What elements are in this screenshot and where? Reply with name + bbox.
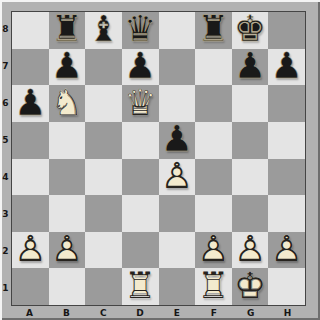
square-a5[interactable]: [12, 122, 49, 159]
file-label-a: A: [11, 306, 48, 319]
square-h4[interactable]: [268, 159, 305, 196]
black-bishop-glyph: ♝: [87, 11, 119, 47]
square-h7[interactable]: ♟: [268, 49, 305, 86]
square-d3[interactable]: [122, 195, 159, 232]
piece-white-knight-b6[interactable]: ♞♘: [49, 85, 86, 122]
piece-black-king-g8[interactable]: ♚: [232, 12, 269, 49]
rank-label-6: 6: [0, 85, 11, 122]
square-g2[interactable]: ♟♙: [232, 232, 269, 269]
square-d4[interactable]: [122, 159, 159, 196]
square-b5[interactable]: [49, 122, 86, 159]
square-f6[interactable]: [195, 85, 232, 122]
white-pawn-outline: ♙: [51, 231, 83, 267]
white-rook-outline: ♖: [197, 268, 229, 304]
square-b1[interactable]: [49, 268, 86, 305]
board: ♜♝♛♜♚♟♟♟♟♟♞♘♛♕♟♟♙♟♙♟♙♟♙♟♙♟♙♜♖♜♖♚♔: [11, 11, 306, 306]
piece-black-bishop-c8[interactable]: ♝: [85, 12, 122, 49]
square-h5[interactable]: [268, 122, 305, 159]
black-rook-glyph: ♜: [51, 11, 83, 47]
piece-white-rook-f1[interactable]: ♜♖: [195, 268, 232, 305]
square-c4[interactable]: [85, 159, 122, 196]
file-label-d: D: [122, 306, 159, 319]
square-a4[interactable]: [12, 159, 49, 196]
white-king-outline: ♔: [234, 268, 266, 304]
piece-black-pawn-a6[interactable]: ♟: [12, 85, 49, 122]
square-c7[interactable]: [85, 49, 122, 86]
piece-white-pawn-a2[interactable]: ♟♙: [12, 232, 49, 269]
square-e1[interactable]: [159, 268, 196, 305]
black-pawn-glyph: ♟: [124, 48, 156, 84]
square-f1[interactable]: ♜♖: [195, 268, 232, 305]
square-e6[interactable]: [159, 85, 196, 122]
square-f4[interactable]: [195, 159, 232, 196]
square-b6[interactable]: ♞♘: [49, 85, 86, 122]
square-b8[interactable]: ♜: [49, 12, 86, 49]
black-king-glyph: ♚: [234, 11, 266, 47]
black-pawn-glyph: ♟: [234, 48, 266, 84]
file-label-f: F: [195, 306, 232, 319]
square-g6[interactable]: [232, 85, 269, 122]
file-label-h: H: [269, 306, 306, 319]
square-g8[interactable]: ♚: [232, 12, 269, 49]
black-rook-glyph: ♜: [197, 11, 229, 47]
white-pawn-outline: ♙: [271, 231, 303, 267]
white-pawn-outline: ♙: [234, 231, 266, 267]
square-e3[interactable]: [159, 195, 196, 232]
square-b3[interactable]: [49, 195, 86, 232]
square-g3[interactable]: [232, 195, 269, 232]
rank-label-5: 5: [0, 122, 11, 159]
square-e7[interactable]: [159, 49, 196, 86]
square-a1[interactable]: [12, 268, 49, 305]
piece-white-pawn-e4[interactable]: ♟♙: [159, 159, 196, 196]
black-pawn-glyph: ♟: [51, 48, 83, 84]
rank-label-2: 2: [0, 232, 11, 269]
square-c5[interactable]: [85, 122, 122, 159]
square-a6[interactable]: ♟: [12, 85, 49, 122]
file-label-b: B: [48, 306, 85, 319]
square-d1[interactable]: ♜♖: [122, 268, 159, 305]
white-queen-outline: ♕: [124, 85, 156, 121]
piece-black-pawn-e5[interactable]: ♟: [159, 122, 196, 159]
square-a8[interactable]: [12, 12, 49, 49]
black-queen-glyph: ♛: [124, 11, 156, 47]
square-h6[interactable]: [268, 85, 305, 122]
rank-label-4: 4: [0, 159, 11, 196]
square-a7[interactable]: [12, 49, 49, 86]
square-a3[interactable]: [12, 195, 49, 232]
square-f3[interactable]: [195, 195, 232, 232]
piece-black-pawn-d7[interactable]: ♟: [122, 49, 159, 86]
black-pawn-glyph: ♟: [271, 48, 303, 84]
square-d5[interactable]: [122, 122, 159, 159]
piece-black-pawn-h7[interactable]: ♟: [268, 49, 305, 86]
rank-labels: 87654321: [0, 11, 11, 306]
square-g7[interactable]: ♟: [232, 49, 269, 86]
square-e2[interactable]: [159, 232, 196, 269]
square-f5[interactable]: [195, 122, 232, 159]
file-label-g: G: [232, 306, 269, 319]
white-rook-outline: ♖: [124, 268, 156, 304]
white-pawn-outline: ♙: [161, 158, 193, 194]
file-label-e: E: [159, 306, 196, 319]
piece-black-rook-f8[interactable]: ♜: [195, 12, 232, 49]
white-pawn-outline: ♙: [14, 231, 46, 267]
square-c6[interactable]: [85, 85, 122, 122]
file-labels: ABCDEFGH: [11, 306, 306, 319]
chess-diagram: 87654321 ♜♝♛♜♚♟♟♟♟♟♞♘♛♕♟♟♙♟♙♟♙♟♙♟♙♟♙♜♖♜♖…: [0, 0, 320, 320]
square-b4[interactable]: [49, 159, 86, 196]
square-b2[interactable]: ♟♙: [49, 232, 86, 269]
piece-white-pawn-b2[interactable]: ♟♙: [49, 232, 86, 269]
square-c2[interactable]: [85, 232, 122, 269]
square-e4[interactable]: ♟♙: [159, 159, 196, 196]
piece-black-queen-d8[interactable]: ♛: [122, 12, 159, 49]
piece-white-king-g1[interactable]: ♚♔: [232, 268, 269, 305]
square-h8[interactable]: [268, 12, 305, 49]
white-knight-outline: ♘: [51, 85, 83, 121]
square-f8[interactable]: ♜: [195, 12, 232, 49]
square-c1[interactable]: [85, 268, 122, 305]
piece-black-pawn-g7[interactable]: ♟: [232, 49, 269, 86]
square-d2[interactable]: [122, 232, 159, 269]
rank-label-1: 1: [0, 269, 11, 306]
square-f7[interactable]: [195, 49, 232, 86]
white-pawn-outline: ♙: [197, 231, 229, 267]
square-h1[interactable]: [268, 268, 305, 305]
black-pawn-glyph: ♟: [161, 121, 193, 157]
square-d7[interactable]: ♟: [122, 49, 159, 86]
square-a2[interactable]: ♟♙: [12, 232, 49, 269]
square-g5[interactable]: [232, 122, 269, 159]
black-pawn-glyph: ♟: [14, 85, 46, 121]
square-c8[interactable]: ♝: [85, 12, 122, 49]
square-e5[interactable]: ♟: [159, 122, 196, 159]
rank-label-7: 7: [0, 48, 11, 85]
piece-black-rook-b8[interactable]: ♜: [49, 12, 86, 49]
piece-white-pawn-g2[interactable]: ♟♙: [232, 232, 269, 269]
square-e8[interactable]: [159, 12, 196, 49]
file-label-c: C: [85, 306, 122, 319]
square-g1[interactable]: ♚♔: [232, 268, 269, 305]
square-d8[interactable]: ♛: [122, 12, 159, 49]
piece-white-rook-d1[interactable]: ♜♖: [122, 268, 159, 305]
square-f2[interactable]: ♟♙: [195, 232, 232, 269]
square-g4[interactable]: [232, 159, 269, 196]
piece-white-pawn-f2[interactable]: ♟♙: [195, 232, 232, 269]
rank-label-3: 3: [0, 195, 11, 232]
square-b7[interactable]: ♟: [49, 49, 86, 86]
square-c3[interactable]: [85, 195, 122, 232]
square-h3[interactable]: [268, 195, 305, 232]
piece-white-queen-d6[interactable]: ♛♕: [122, 85, 159, 122]
square-h2[interactable]: ♟♙: [268, 232, 305, 269]
piece-black-pawn-b7[interactable]: ♟: [49, 49, 86, 86]
piece-white-pawn-h2[interactable]: ♟♙: [268, 232, 305, 269]
square-d6[interactable]: ♛♕: [122, 85, 159, 122]
rank-label-8: 8: [0, 11, 11, 48]
